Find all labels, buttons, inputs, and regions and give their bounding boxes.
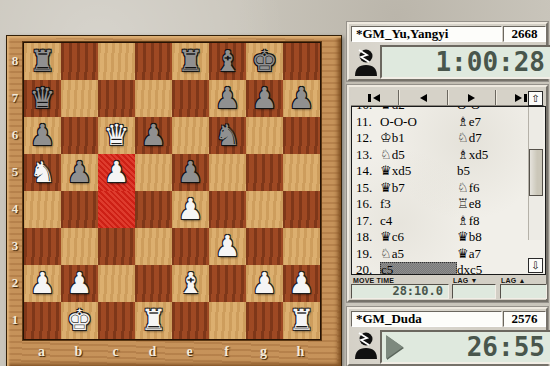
person-icon [354,331,378,359]
piece-black-queen: ♛ [24,80,61,117]
square-d4[interactable] [135,191,172,228]
move-number: 15. [352,180,380,197]
move-row-17: 17. c4 ♗f8 [352,213,545,230]
chess-board-frame: 87654321 ♜♜♝♚♛♟♟♟♟♛♟♞♞♟♟♟♟♟♟♟♝♟♟♚♜♜ abcd… [6,35,342,366]
square-b3[interactable] [61,228,98,265]
move-row-14: 14. ♛xd5 b5 [352,163,545,180]
move-white[interactable]: ♛d2 [380,106,457,114]
last-move-bar [524,94,527,102]
square-c8[interactable] [98,43,135,80]
square-f1[interactable] [209,302,246,339]
piece-black-rook: ♜ [24,43,61,80]
player-name-row: *GM_Yu,Yangyi 2668 [351,26,544,42]
move-row-10: 10. ♛d2 O-O [352,106,545,114]
square-b4[interactable] [61,191,98,228]
piece-white-pawn: ♟ [209,228,246,265]
square-c2[interactable] [98,265,135,302]
square-a2[interactable]: ♟ [24,265,61,302]
lag-up-field [500,284,547,299]
piece-black-pawn: ♟ [283,80,320,117]
square-d1[interactable]: ♜ [135,302,172,339]
square-a3[interactable] [24,228,61,265]
piece-white-king: ♚ [61,302,98,339]
move-number: 18. [352,229,380,246]
move-white[interactable]: O-O-O [380,114,457,131]
clock-black: 26:55 [380,330,550,364]
square-h3[interactable] [283,228,320,265]
file-label-e: e [171,340,208,364]
square-c4[interactable] [98,191,135,228]
move-list[interactable]: 10. ♛d2 O-O 11. O-O-O ♗e7 12. ♔b1 ♘d7 13… [351,106,546,275]
rank-label-6: 6 [7,116,23,153]
square-e1[interactable] [172,302,209,339]
square-f3[interactable]: ♟ [209,228,246,265]
piece-white-pawn: ♟ [24,265,61,302]
move-time-field: 28:10.0 [351,284,449,299]
square-g1[interactable] [246,302,283,339]
square-e4[interactable]: ♟ [172,191,209,228]
square-f5[interactable] [209,154,246,191]
square-e3[interactable] [172,228,209,265]
move-number: 14. [352,163,380,180]
piece-white-pawn: ♟ [283,265,320,302]
square-b2[interactable]: ♟ [61,265,98,302]
move-number: 16. [352,196,380,213]
square-b8[interactable] [61,43,98,80]
rank-label-1: 1 [7,301,23,338]
piece-white-rook: ♜ [135,302,172,339]
lag-down-field [452,284,496,299]
square-f6[interactable]: ♞ [209,117,246,154]
previous-move-icon [420,94,427,102]
file-label-a: a [23,340,60,364]
player-name-black: *GM_Duda [351,311,502,327]
piece-white-bishop: ♝ [172,265,209,302]
selected-move[interactable]: c5 [380,262,457,275]
last-move-icon [515,94,522,102]
move-number: 17. [352,213,380,230]
piece-black-pawn: ♟ [61,154,98,191]
move-white[interactable]: c4 [380,213,457,230]
lag-down-label: LAG ▼ [453,277,478,284]
move-white[interactable]: ♔b1 [380,130,457,147]
move-row-13: 13. ♘d5 ♗xd5 [352,147,545,164]
player-panel-black: *GM_Duda 2576 26:55 [347,307,548,366]
piece-black-pawn: ♟ [135,117,172,154]
rank-label-7: 7 [7,79,23,116]
piece-black-knight: ♞ [209,117,246,154]
square-g6[interactable] [246,117,283,154]
square-c5[interactable]: ♟ [98,154,135,191]
square-h5[interactable] [283,154,320,191]
piece-white-rook: ♜ [283,302,320,339]
square-c1[interactable] [98,302,135,339]
square-d6[interactable]: ♟ [135,117,172,154]
player-rating-black: 2576 [503,311,546,327]
piece-black-king: ♚ [246,43,283,80]
square-a8[interactable]: ♜ [24,43,61,80]
rank-labels: 87654321 [7,42,23,338]
piece-black-pawn: ♟ [209,80,246,117]
next-move-icon [468,94,475,102]
square-b1[interactable]: ♚ [61,302,98,339]
move-panel: 10. ♛d2 O-O 11. O-O-O ♗e7 12. ♔b1 ♘d7 13… [347,85,548,302]
square-e6[interactable] [172,117,209,154]
square-h1[interactable]: ♜ [283,302,320,339]
square-g4[interactable] [246,191,283,228]
piece-white-pawn: ♟ [98,154,135,191]
square-a7[interactable]: ♛ [24,80,61,117]
player-panel-white: *GM_Yu,Yangyi 2668 1:00:28 [347,22,548,81]
rank-label-5: 5 [7,153,23,190]
move-number: 13. [352,147,380,164]
player-name-row: *GM_Duda 2576 [351,311,544,327]
square-h7[interactable]: ♟ [283,80,320,117]
piece-black-pawn: ♟ [246,80,283,117]
square-g7[interactable]: ♟ [246,80,283,117]
square-b6[interactable] [61,117,98,154]
side-to-move-indicator [386,335,403,359]
square-e5[interactable]: ♟ [172,154,209,191]
rank-label-8: 8 [7,42,23,79]
piece-white-pawn: ♟ [172,191,209,228]
file-label-f: f [208,340,245,364]
square-g5[interactable] [246,154,283,191]
file-label-h: h [282,340,319,364]
square-f7[interactable]: ♟ [209,80,246,117]
square-h8[interactable] [283,43,320,80]
square-g3[interactable] [246,228,283,265]
next-move-button[interactable] [448,90,497,105]
move-row-20: 20. c5 dxc5 [352,262,545,275]
piece-black-rook: ♜ [172,43,209,80]
square-e7[interactable] [172,80,209,117]
clock-black-time: 26:55 [467,332,545,362]
square-a5[interactable]: ♞ [24,154,61,191]
move-number: 11. [352,114,380,131]
piece-black-pawn: ♟ [172,154,209,191]
lag-up-label: LAG ▲ [501,277,526,284]
square-g8[interactable]: ♚ [246,43,283,80]
square-d2[interactable] [135,265,172,302]
rank-label-4: 4 [7,190,23,227]
square-h6[interactable] [283,117,320,154]
square-h2[interactable]: ♟ [283,265,320,302]
file-label-d: d [134,340,171,364]
piece-black-pawn: ♟ [24,117,61,154]
move-number: 19. [352,246,380,263]
move-row-11: 11. O-O-O ♗e7 [352,114,545,131]
square-b5[interactable]: ♟ [61,154,98,191]
move-number: 10. [352,106,380,114]
square-c6[interactable]: ♛ [98,117,135,154]
square-f4[interactable] [209,191,246,228]
square-a4[interactable] [24,191,61,228]
square-f8[interactable]: ♝ [209,43,246,80]
board-grid: ♜♜♝♚♛♟♟♟♟♛♟♞♞♟♟♟♟♟♟♟♝♟♟♚♜♜ [23,42,321,340]
move-row-18: 18. ♛c6 ♛b8 [352,229,545,246]
move-white[interactable]: ♛c6 [380,229,457,246]
file-labels: abcdefgh [23,340,319,364]
file-label-c: c [97,340,134,364]
file-label-b: b [60,340,97,364]
piece-white-pawn: ♟ [61,265,98,302]
square-c3[interactable] [98,228,135,265]
move-white[interactable]: ♘a5 [380,246,457,263]
person-icon [354,48,378,76]
square-d5[interactable] [135,154,172,191]
rank-label-3: 3 [7,227,23,264]
clock-white: 1:00:28 [380,45,550,79]
player-rating-white: 2668 [503,26,546,42]
move-number: 12. [352,130,380,147]
file-label-g: g [245,340,282,364]
square-d7[interactable] [135,80,172,117]
previous-move-button[interactable] [399,90,448,105]
first-move-button[interactable] [351,90,399,105]
player-name-white: *GM_Yu,Yangyi [351,26,502,42]
piece-black-bishop: ♝ [209,43,246,80]
move-white[interactable]: ♘d5 [380,147,457,164]
first-move-icon [373,94,380,102]
scroll-up-button[interactable]: ⇧ [528,91,543,106]
piece-white-pawn: ♟ [246,265,283,302]
square-a1[interactable] [24,302,61,339]
square-g2[interactable]: ♟ [246,265,283,302]
square-h4[interactable] [283,191,320,228]
rank-label-2: 2 [7,264,23,301]
first-move-bar [368,94,371,102]
scroll-down-button[interactable]: ⇩ [528,258,543,273]
square-a6[interactable]: ♟ [24,117,61,154]
move-row-12: 12. ♔b1 ♘d7 [352,130,545,147]
move-white[interactable]: f3 [380,196,457,213]
square-c7[interactable] [98,80,135,117]
move-number: 20. [352,262,380,275]
move-row-19: 19. ♘a5 ♛a7 [352,246,545,263]
square-b7[interactable] [61,80,98,117]
square-e8[interactable]: ♜ [172,43,209,80]
square-e2[interactable]: ♝ [172,265,209,302]
move-white[interactable]: ♛b7 [380,180,457,197]
move-navigation [351,90,544,106]
square-d3[interactable] [135,228,172,265]
move-list-scrollbar-thumb[interactable] [529,149,543,196]
square-f2[interactable] [209,265,246,302]
chess-app-window: 87654321 ♜♜♝♚♛♟♟♟♟♛♟♞♞♟♟♟♟♟♟♟♝♟♟♚♜♜ abcd… [0,0,550,366]
piece-white-knight: ♞ [24,154,61,191]
piece-white-queen: ♛ [98,117,135,154]
square-d8[interactable] [135,43,172,80]
move-time-label: MOVE TIME [353,277,394,284]
move-row-16: 16. f3 ♖e8 [352,196,545,213]
move-white[interactable]: ♛xd5 [380,163,457,180]
move-row-15: 15. ♛b7 ♘f6 [352,180,545,197]
